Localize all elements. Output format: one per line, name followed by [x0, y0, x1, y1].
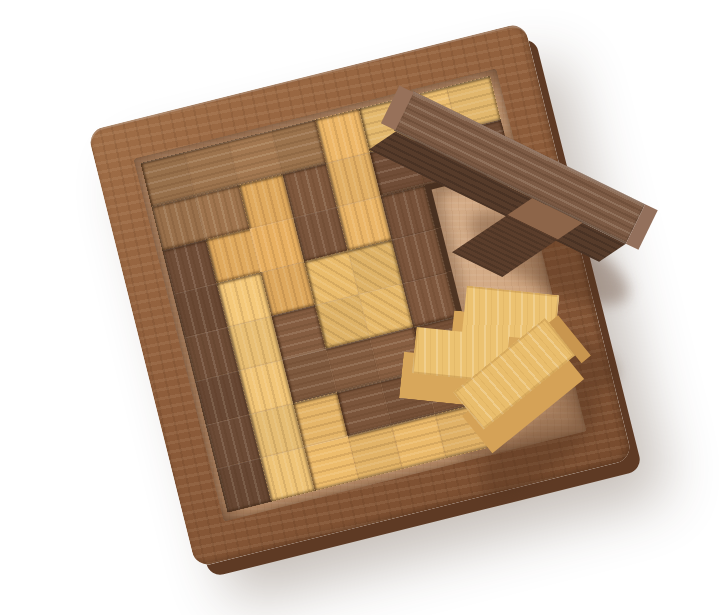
puzzle-tray — [87, 22, 632, 567]
scene — [0, 0, 720, 615]
